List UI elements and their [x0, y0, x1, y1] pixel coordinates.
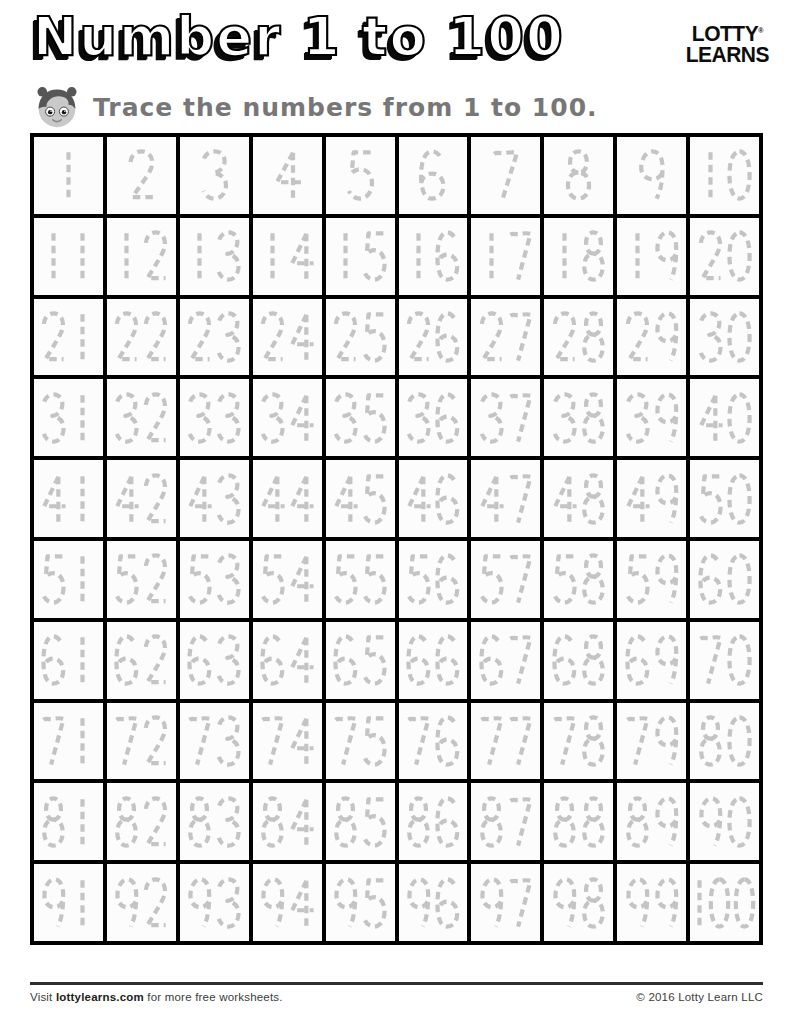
cell-48 — [544, 460, 613, 537]
digit-4-dashed — [623, 472, 652, 526]
digit-0-dashed — [725, 472, 754, 526]
digit-1-dashed — [39, 229, 68, 283]
digit-0-dashed — [732, 876, 757, 930]
digit-3-dashed — [198, 148, 231, 202]
digit-9-dashed — [331, 876, 360, 930]
digit-4-dashed — [287, 552, 316, 606]
digit-7-dashed — [477, 714, 506, 768]
digit-5-dashed — [623, 552, 652, 606]
cell-66 — [399, 622, 468, 699]
cell-97 — [471, 864, 540, 941]
cell-22 — [107, 299, 176, 376]
digit-8-dashed — [112, 795, 141, 849]
digit-1-dashed — [68, 876, 97, 930]
digit-8-dashed — [579, 472, 608, 526]
digit-9-dashed — [39, 876, 68, 930]
cell-77 — [471, 703, 540, 780]
digit-7-dashed — [506, 391, 535, 445]
footer-divider — [30, 982, 763, 985]
cell-9 — [617, 137, 686, 214]
digit-1-dashed — [623, 229, 652, 283]
digit-9-dashed — [652, 472, 681, 526]
digit-2-dashed — [141, 795, 170, 849]
digit-2-dashed — [141, 552, 170, 606]
cell-68 — [544, 622, 613, 699]
digit-5-dashed — [404, 552, 433, 606]
cell-37 — [471, 379, 540, 456]
cell-23 — [180, 299, 249, 376]
digit-3-dashed — [185, 391, 214, 445]
digit-7-dashed — [506, 795, 535, 849]
cell-71 — [34, 703, 103, 780]
footer-site-link: lottylearns.com — [56, 991, 144, 1003]
digit-6-dashed — [433, 472, 462, 526]
cell-90 — [690, 783, 759, 860]
cell-92 — [107, 864, 176, 941]
cell-94 — [253, 864, 322, 941]
digit-1-dashed — [112, 229, 141, 283]
digit-1-dashed — [477, 229, 506, 283]
digit-9-dashed — [696, 795, 725, 849]
digit-8-dashed — [185, 795, 214, 849]
cell-80 — [690, 703, 759, 780]
cell-13 — [180, 218, 249, 295]
digit-7-dashed — [112, 714, 141, 768]
digit-7-dashed — [506, 633, 535, 687]
digit-6-dashed — [39, 633, 68, 687]
digit-9-dashed — [652, 229, 681, 283]
digit-5-dashed — [360, 795, 389, 849]
digit-2-dashed — [39, 310, 68, 364]
digit-8-dashed — [623, 795, 652, 849]
digit-8-dashed — [579, 229, 608, 283]
digit-3-dashed — [214, 714, 243, 768]
digit-5-dashed — [360, 552, 389, 606]
digit-7-dashed — [258, 714, 287, 768]
cell-29 — [617, 299, 686, 376]
digit-8-dashed — [39, 795, 68, 849]
footer-visit-suffix: for more free worksheets. — [144, 991, 283, 1003]
cell-45 — [326, 460, 395, 537]
cell-4 — [253, 137, 322, 214]
cell-17 — [471, 218, 540, 295]
cell-79 — [617, 703, 686, 780]
cell-78 — [544, 703, 613, 780]
digit-9-dashed — [652, 552, 681, 606]
digit-2-dashed — [112, 310, 141, 364]
digit-2-dashed — [258, 310, 287, 364]
digit-1-dashed — [68, 310, 97, 364]
digit-1-dashed — [404, 229, 433, 283]
cell-58 — [544, 541, 613, 618]
digit-4-dashed — [477, 472, 506, 526]
cell-59 — [617, 541, 686, 618]
cell-85 — [326, 783, 395, 860]
digit-6-dashed — [550, 633, 579, 687]
digit-6-dashed — [433, 229, 462, 283]
digit-4-dashed — [185, 472, 214, 526]
worksheet-page: Number 1 to 100 LOTTY® LEARNS Trace the … — [0, 0, 791, 1024]
digit-4-dashed — [287, 876, 316, 930]
digit-2-dashed — [141, 229, 170, 283]
digit-0-dashed — [725, 552, 754, 606]
cell-12 — [107, 218, 176, 295]
digit-4-dashed — [258, 472, 287, 526]
digit-9-dashed — [652, 633, 681, 687]
digit-7-dashed — [506, 472, 535, 526]
cell-98 — [544, 864, 613, 941]
cell-61 — [34, 622, 103, 699]
digit-4-dashed — [404, 472, 433, 526]
cell-16 — [399, 218, 468, 295]
digit-5-dashed — [331, 552, 360, 606]
digit-2-dashed — [331, 310, 360, 364]
registered-mark: ® — [758, 26, 763, 34]
cell-32 — [107, 379, 176, 456]
cell-72 — [107, 703, 176, 780]
lotty-learns-logo: LOTTY® LEARNS — [686, 24, 769, 65]
digit-4-dashed — [287, 633, 316, 687]
digit-7-dashed — [404, 714, 433, 768]
digit-5-dashed — [39, 552, 68, 606]
digit-9-dashed — [550, 876, 579, 930]
digit-5-dashed — [550, 552, 579, 606]
digit-4-dashed — [550, 472, 579, 526]
cell-70 — [690, 622, 759, 699]
cell-40 — [690, 379, 759, 456]
digit-5-dashed — [344, 148, 377, 202]
cell-44 — [253, 460, 322, 537]
digit-3-dashed — [214, 633, 243, 687]
cell-38 — [544, 379, 613, 456]
digit-9-dashed — [623, 876, 652, 930]
cell-93 — [180, 864, 249, 941]
cell-15 — [326, 218, 395, 295]
digit-1-dashed — [68, 229, 97, 283]
digit-8-dashed — [562, 148, 595, 202]
cell-46 — [399, 460, 468, 537]
digit-6-dashed — [404, 633, 433, 687]
cell-75 — [326, 703, 395, 780]
cell-84 — [253, 783, 322, 860]
digit-7-dashed — [185, 714, 214, 768]
digit-2-dashed — [623, 310, 652, 364]
digit-1-dashed — [68, 552, 97, 606]
cell-62 — [107, 622, 176, 699]
digit-3-dashed — [696, 310, 725, 364]
digit-4-dashed — [287, 472, 316, 526]
cell-43 — [180, 460, 249, 537]
cell-27 — [471, 299, 540, 376]
cell-73 — [180, 703, 249, 780]
cell-2 — [107, 137, 176, 214]
page-title: Number 1 to 100 — [33, 6, 565, 67]
digit-3-dashed — [214, 391, 243, 445]
cell-47 — [471, 460, 540, 537]
cell-10 — [690, 137, 759, 214]
digit-6-dashed — [433, 714, 462, 768]
cell-81 — [34, 783, 103, 860]
cell-53 — [180, 541, 249, 618]
digit-4-dashed — [112, 472, 141, 526]
cell-74 — [253, 703, 322, 780]
digit-0-dashed — [725, 229, 754, 283]
cell-20 — [690, 218, 759, 295]
digit-0-dashed — [707, 876, 732, 930]
digit-3-dashed — [112, 391, 141, 445]
cell-42 — [107, 460, 176, 537]
cell-19 — [617, 218, 686, 295]
cell-82 — [107, 783, 176, 860]
digit-5-dashed — [360, 714, 389, 768]
cell-33 — [180, 379, 249, 456]
digit-0-dashed — [725, 391, 754, 445]
digit-6-dashed — [185, 633, 214, 687]
digit-7-dashed — [696, 633, 725, 687]
digit-4-dashed — [331, 472, 360, 526]
instruction-text: Trace the numbers from 1 to 100. — [93, 93, 598, 122]
digit-1-dashed — [68, 472, 97, 526]
digit-8-dashed — [331, 795, 360, 849]
cell-87 — [471, 783, 540, 860]
cell-83 — [180, 783, 249, 860]
cell-21 — [34, 299, 103, 376]
cell-34 — [253, 379, 322, 456]
digit-9-dashed — [652, 391, 681, 445]
digit-9-dashed — [652, 310, 681, 364]
digit-8-dashed — [579, 795, 608, 849]
cell-69 — [617, 622, 686, 699]
digit-2-dashed — [141, 714, 170, 768]
logo-line-2: LEARNS — [686, 44, 769, 64]
digit-7-dashed — [506, 552, 535, 606]
digit-6-dashed — [696, 552, 725, 606]
digit-7-dashed — [506, 310, 535, 364]
digit-9-dashed — [185, 876, 214, 930]
digit-5-dashed — [112, 552, 141, 606]
cell-5 — [326, 137, 395, 214]
digit-4-dashed — [287, 310, 316, 364]
digit-2-dashed — [141, 310, 170, 364]
girl-face-icon — [32, 84, 82, 130]
cell-96 — [399, 864, 468, 941]
digit-1-dashed — [185, 229, 214, 283]
cell-86 — [399, 783, 468, 860]
digit-6-dashed — [477, 633, 506, 687]
digit-3-dashed — [214, 229, 243, 283]
digit-1-dashed — [68, 391, 97, 445]
digit-2-dashed — [696, 229, 725, 283]
digit-5-dashed — [185, 552, 214, 606]
digit-8-dashed — [579, 310, 608, 364]
digit-4-dashed — [287, 714, 316, 768]
digit-6-dashed — [258, 633, 287, 687]
digit-7-dashed — [39, 714, 68, 768]
digit-8-dashed — [579, 391, 608, 445]
cell-91 — [34, 864, 103, 941]
digit-8-dashed — [550, 795, 579, 849]
digit-8-dashed — [258, 795, 287, 849]
digit-8-dashed — [477, 795, 506, 849]
digit-8-dashed — [579, 633, 608, 687]
cell-89 — [617, 783, 686, 860]
digit-1-dashed — [692, 876, 707, 930]
cell-67 — [471, 622, 540, 699]
digit-4-dashed — [287, 795, 316, 849]
cell-63 — [180, 622, 249, 699]
digit-3-dashed — [214, 552, 243, 606]
footer-copyright: © 2016 Lotty Learn LLC — [636, 991, 763, 1003]
cell-7 — [471, 137, 540, 214]
digit-3-dashed — [623, 391, 652, 445]
digit-7-dashed — [489, 148, 522, 202]
digit-1-dashed — [68, 633, 97, 687]
footer-visit-prefix: Visit — [30, 991, 56, 1003]
cell-25 — [326, 299, 395, 376]
digit-1-dashed — [52, 148, 85, 202]
cell-11 — [34, 218, 103, 295]
cell-24 — [253, 299, 322, 376]
digit-3-dashed — [214, 876, 243, 930]
digit-7-dashed — [550, 714, 579, 768]
cell-18 — [544, 218, 613, 295]
digit-1-dashed — [696, 148, 725, 202]
digit-3-dashed — [214, 310, 243, 364]
digit-2-dashed — [125, 148, 158, 202]
digit-7-dashed — [506, 876, 535, 930]
digit-2-dashed — [141, 633, 170, 687]
cell-55 — [326, 541, 395, 618]
digit-6-dashed — [433, 552, 462, 606]
digit-5-dashed — [360, 472, 389, 526]
cell-54 — [253, 541, 322, 618]
digit-5-dashed — [477, 552, 506, 606]
cell-35 — [326, 379, 395, 456]
digit-0-dashed — [725, 310, 754, 364]
digit-8-dashed — [579, 552, 608, 606]
digit-6-dashed — [623, 633, 652, 687]
digit-5-dashed — [360, 633, 389, 687]
digit-0-dashed — [725, 633, 754, 687]
digit-2-dashed — [404, 310, 433, 364]
digit-9-dashed — [404, 876, 433, 930]
cell-65 — [326, 622, 395, 699]
cell-26 — [399, 299, 468, 376]
digit-4-dashed — [287, 229, 316, 283]
cell-1 — [34, 137, 103, 214]
number-grid — [30, 133, 763, 945]
cell-28 — [544, 299, 613, 376]
digit-6-dashed — [433, 391, 462, 445]
digit-4-dashed — [39, 472, 68, 526]
footer: Visit lottylearns.com for more free work… — [30, 991, 763, 1003]
digit-3-dashed — [214, 472, 243, 526]
digit-1-dashed — [331, 229, 360, 283]
digit-3-dashed — [39, 391, 68, 445]
instruction-row: Trace the numbers from 1 to 100. — [32, 84, 598, 130]
cell-99 — [617, 864, 686, 941]
cell-50 — [690, 460, 759, 537]
digit-9-dashed — [635, 148, 668, 202]
cell-6 — [399, 137, 468, 214]
cell-3 — [180, 137, 249, 214]
digit-8-dashed — [404, 795, 433, 849]
digit-3-dashed — [331, 391, 360, 445]
digit-9-dashed — [258, 876, 287, 930]
digit-5-dashed — [696, 472, 725, 526]
digit-0-dashed — [725, 714, 754, 768]
cell-88 — [544, 783, 613, 860]
digit-9-dashed — [652, 876, 681, 930]
cell-14 — [253, 218, 322, 295]
digit-5-dashed — [258, 552, 287, 606]
digit-7-dashed — [623, 714, 652, 768]
digit-4-dashed — [271, 148, 304, 202]
digit-8-dashed — [579, 876, 608, 930]
cell-49 — [617, 460, 686, 537]
footer-visit-text: Visit lottylearns.com for more free work… — [30, 991, 283, 1003]
digit-1-dashed — [258, 229, 287, 283]
digit-9-dashed — [652, 795, 681, 849]
digit-0-dashed — [725, 795, 754, 849]
digit-7-dashed — [331, 714, 360, 768]
cell-56 — [399, 541, 468, 618]
digit-7-dashed — [506, 229, 535, 283]
digit-2-dashed — [185, 310, 214, 364]
cell-36 — [399, 379, 468, 456]
digit-6-dashed — [433, 795, 462, 849]
cell-8 — [544, 137, 613, 214]
cell-41 — [34, 460, 103, 537]
cell-51 — [34, 541, 103, 618]
digit-6-dashed — [433, 633, 462, 687]
digit-0-dashed — [725, 148, 754, 202]
digit-8-dashed — [696, 714, 725, 768]
digit-1-dashed — [68, 714, 97, 768]
digit-4-dashed — [287, 391, 316, 445]
cell-31 — [34, 379, 103, 456]
cell-39 — [617, 379, 686, 456]
digit-2-dashed — [141, 876, 170, 930]
cell-30 — [690, 299, 759, 376]
digit-2-dashed — [477, 310, 506, 364]
cell-76 — [399, 703, 468, 780]
cell-95 — [326, 864, 395, 941]
cell-60 — [690, 541, 759, 618]
digit-2-dashed — [141, 391, 170, 445]
digit-6-dashed — [331, 633, 360, 687]
cell-52 — [107, 541, 176, 618]
digit-4-dashed — [696, 391, 725, 445]
digit-9-dashed — [112, 876, 141, 930]
digit-6-dashed — [416, 148, 449, 202]
digit-3-dashed — [214, 795, 243, 849]
digit-5-dashed — [360, 876, 389, 930]
digit-6-dashed — [433, 310, 462, 364]
digit-2-dashed — [141, 472, 170, 526]
digit-6-dashed — [433, 876, 462, 930]
digit-9-dashed — [477, 876, 506, 930]
digit-3-dashed — [404, 391, 433, 445]
digit-8-dashed — [579, 714, 608, 768]
digit-7-dashed — [506, 714, 535, 768]
digit-6-dashed — [112, 633, 141, 687]
digit-3-dashed — [550, 391, 579, 445]
digit-3-dashed — [258, 391, 287, 445]
digit-2-dashed — [550, 310, 579, 364]
cell-100 — [690, 864, 759, 941]
digit-3-dashed — [477, 391, 506, 445]
